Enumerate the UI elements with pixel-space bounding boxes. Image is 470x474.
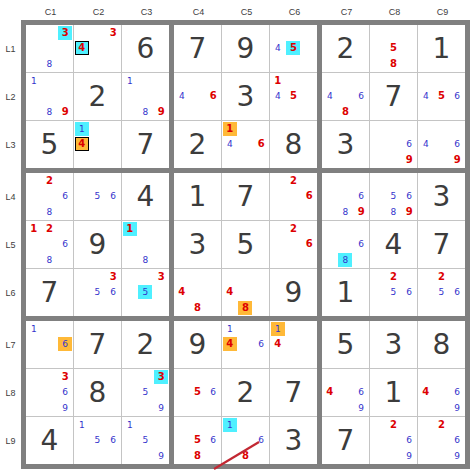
candidate-6[interactable]: 6 bbox=[58, 337, 72, 351]
candidate-4[interactable]: 4 bbox=[271, 337, 285, 351]
solved-digit: 4 bbox=[26, 417, 73, 464]
solved-digit: 8 bbox=[74, 369, 121, 416]
candidate-1[interactable]: 1 bbox=[223, 418, 237, 432]
cell-L2C6[interactable]: 145 bbox=[270, 73, 317, 120]
candidate-9[interactable]: 9 bbox=[354, 205, 368, 219]
col-header-C2: C2 bbox=[75, 7, 122, 17]
solved-digit: 8 bbox=[270, 121, 317, 168]
cell-L7C1[interactable]: 16 bbox=[26, 321, 73, 368]
candidate-3[interactable]: 3 bbox=[106, 26, 120, 40]
candidate-6[interactable]: 6 bbox=[206, 433, 220, 447]
candidate-9[interactable]: 9 bbox=[154, 449, 168, 463]
candidate-1[interactable]: 1 bbox=[27, 222, 41, 236]
cell-L9C5[interactable]: 168 bbox=[222, 417, 269, 464]
candidate-6[interactable]: 6 bbox=[206, 385, 220, 399]
cell-L7C2[interactable]: 7 bbox=[74, 321, 121, 368]
candidate-4[interactable]: 4 bbox=[75, 137, 89, 151]
box-7: 167236983594156159 bbox=[26, 321, 169, 464]
solved-digit: 9 bbox=[270, 269, 317, 316]
solved-digit: 3 bbox=[322, 121, 369, 168]
candidate-2[interactable]: 2 bbox=[42, 174, 56, 188]
candidate-6[interactable]: 6 bbox=[354, 89, 368, 103]
row-header-L1: L1 bbox=[0, 25, 21, 72]
cell-L2C1[interactable]: 189 bbox=[26, 73, 73, 120]
cell-L8C4[interactable]: 56 bbox=[174, 369, 221, 416]
row-labels: L1L2L3L4L5L6L7L8L9 bbox=[0, 20, 21, 469]
cell-L8C1[interactable]: 369 bbox=[26, 369, 73, 416]
candidate-9[interactable]: 9 bbox=[402, 449, 416, 463]
col-header-C4: C4 bbox=[175, 7, 222, 17]
candidate-1[interactable]: 1 bbox=[271, 322, 285, 336]
candidate-3[interactable]: 3 bbox=[106, 270, 120, 284]
candidate-9[interactable]: 9 bbox=[354, 401, 368, 415]
cell-L9C9[interactable]: 269 bbox=[418, 417, 465, 464]
candidate-2[interactable]: 2 bbox=[386, 270, 400, 284]
candidate-6[interactable]: 6 bbox=[58, 237, 72, 251]
candidate-1[interactable]: 1 bbox=[271, 74, 285, 88]
candidate-9[interactable]: 9 bbox=[154, 401, 168, 415]
solved-digit: 7 bbox=[26, 269, 73, 316]
candidate-6[interactable]: 6 bbox=[402, 137, 416, 151]
col-header-C9: C9 bbox=[419, 7, 466, 17]
cell-L3C7[interactable]: 3 bbox=[322, 121, 369, 168]
candidate-5[interactable]: 5 bbox=[386, 41, 400, 55]
candidate-5[interactable]: 5 bbox=[90, 433, 104, 447]
cell-L9C3[interactable]: 159 bbox=[122, 417, 169, 464]
candidate-8[interactable]: 8 bbox=[42, 57, 56, 71]
column-header-group: C1C2C3 bbox=[27, 7, 170, 17]
row-header-L9: L9 bbox=[0, 417, 21, 464]
candidate-2[interactable]: 2 bbox=[286, 174, 300, 188]
cell-L5C3[interactable]: 18 bbox=[122, 221, 169, 268]
cell-L7C6[interactable]: 14 bbox=[270, 321, 317, 368]
cell-L8C8[interactable]: 1 bbox=[370, 369, 417, 416]
column-header-group: C4C5C6 bbox=[175, 7, 318, 17]
candidate-8[interactable]: 8 bbox=[338, 205, 352, 219]
solved-digit: 2 bbox=[222, 369, 269, 416]
cell-L6C1[interactable]: 7 bbox=[26, 269, 73, 316]
cell-L7C9[interactable]: 8 bbox=[418, 321, 465, 368]
solved-digit: 5 bbox=[322, 321, 369, 368]
candidate-5[interactable]: 5 bbox=[434, 285, 448, 299]
cell-L8C9[interactable]: 469 bbox=[418, 369, 465, 416]
column-header-group: C7C8C9 bbox=[323, 7, 466, 17]
candidate-6[interactable]: 6 bbox=[254, 337, 268, 351]
box-1: 3834618921895147 bbox=[26, 25, 169, 168]
solved-digit: 1 bbox=[418, 25, 465, 72]
box-2: 794546314521468 bbox=[174, 25, 317, 168]
candidate-2[interactable]: 2 bbox=[386, 418, 400, 432]
cell-L3C5[interactable]: 146 bbox=[222, 121, 269, 168]
solved-digit: 7 bbox=[270, 369, 317, 416]
solved-digit: 8 bbox=[418, 321, 465, 368]
candidate-3[interactable]: 3 bbox=[154, 370, 168, 384]
candidate-6[interactable]: 6 bbox=[254, 433, 268, 447]
candidate-1[interactable]: 1 bbox=[27, 74, 41, 88]
candidate-4[interactable]: 4 bbox=[271, 89, 285, 103]
candidate-4[interactable]: 4 bbox=[223, 137, 237, 151]
cell-L5C7[interactable]: 68 bbox=[322, 221, 369, 268]
candidate-8[interactable]: 8 bbox=[338, 253, 352, 267]
candidate-5[interactable]: 5 bbox=[286, 41, 300, 55]
candidate-5[interactable]: 5 bbox=[386, 189, 400, 203]
col-header-C5: C5 bbox=[223, 7, 270, 17]
cell-L9C1[interactable]: 4 bbox=[26, 417, 73, 464]
candidate-4[interactable]: 4 bbox=[419, 137, 433, 151]
candidate-4[interactable]: 4 bbox=[75, 41, 89, 55]
candidate-6[interactable]: 6 bbox=[450, 385, 464, 399]
cell-L5C6[interactable]: 26 bbox=[270, 221, 317, 268]
solved-digit: 2 bbox=[74, 73, 121, 120]
solved-digit: 3 bbox=[174, 221, 221, 268]
cell-L4C3[interactable]: 4 bbox=[122, 173, 169, 220]
cell-L6C5[interactable]: 48 bbox=[222, 269, 269, 316]
candidate-9[interactable]: 9 bbox=[450, 401, 464, 415]
candidate-8[interactable]: 8 bbox=[238, 449, 252, 463]
cell-L1C9[interactable]: 1 bbox=[418, 25, 465, 72]
row-header-L3: L3 bbox=[0, 121, 21, 168]
cell-L8C2[interactable]: 8 bbox=[74, 369, 121, 416]
col-header-C8: C8 bbox=[371, 7, 418, 17]
cell-L6C9[interactable]: 256 bbox=[418, 269, 465, 316]
candidate-6[interactable]: 6 bbox=[450, 89, 464, 103]
cell-L1C5[interactable]: 9 bbox=[222, 25, 269, 72]
candidate-8[interactable]: 8 bbox=[42, 253, 56, 267]
solved-digit: 3 bbox=[418, 173, 465, 220]
cell-L6C4[interactable]: 48 bbox=[174, 269, 221, 316]
candidate-8[interactable]: 8 bbox=[238, 301, 252, 315]
candidate-5[interactable]: 5 bbox=[386, 285, 400, 299]
cell-L3C8[interactable]: 69 bbox=[370, 121, 417, 168]
candidate-4[interactable]: 4 bbox=[419, 385, 433, 399]
cell-L3C9[interactable]: 469 bbox=[418, 121, 465, 168]
box-3: 25814687456369469 bbox=[322, 25, 465, 168]
candidate-4[interactable]: 4 bbox=[175, 285, 189, 299]
cell-L4C1[interactable]: 268 bbox=[26, 173, 73, 220]
row-header-L2: L2 bbox=[0, 73, 21, 120]
cell-L2C9[interactable]: 456 bbox=[418, 73, 465, 120]
column-headers: C1C2C3C4C5C6C7C8C9 bbox=[22, 4, 470, 20]
cell-L2C2[interactable]: 2 bbox=[74, 73, 121, 120]
candidate-9[interactable]: 9 bbox=[450, 153, 464, 167]
row-header-L7: L7 bbox=[0, 321, 21, 368]
candidate-1[interactable]: 1 bbox=[223, 322, 237, 336]
cell-L5C2[interactable]: 9 bbox=[74, 221, 121, 268]
col-header-C1: C1 bbox=[27, 7, 74, 17]
candidate-4[interactable]: 4 bbox=[419, 89, 433, 103]
candidate-5[interactable]: 5 bbox=[90, 285, 104, 299]
candidate-9[interactable]: 9 bbox=[58, 401, 72, 415]
solved-digit: 9 bbox=[174, 321, 221, 368]
candidate-5[interactable]: 5 bbox=[138, 433, 152, 447]
cell-L4C8[interactable]: 5689 bbox=[370, 173, 417, 220]
cell-L4C5[interactable]: 7 bbox=[222, 173, 269, 220]
candidate-8[interactable]: 8 bbox=[138, 105, 152, 119]
candidate-6[interactable]: 6 bbox=[58, 385, 72, 399]
candidate-6[interactable]: 6 bbox=[58, 189, 72, 203]
cell-L5C4[interactable]: 3 bbox=[174, 221, 221, 268]
candidate-1[interactable]: 1 bbox=[123, 418, 137, 432]
cell-L6C6[interactable]: 9 bbox=[270, 269, 317, 316]
candidate-1[interactable]: 1 bbox=[27, 322, 41, 336]
board-area: L1L2L3L4L5L6L7L8L9 383461892189514779454… bbox=[0, 20, 470, 469]
candidate-2[interactable]: 2 bbox=[42, 222, 56, 236]
cell-L7C5[interactable]: 146 bbox=[222, 321, 269, 368]
cell-L7C4[interactable]: 9 bbox=[174, 321, 221, 368]
cell-L8C5[interactable]: 2 bbox=[222, 369, 269, 416]
cell-L2C8[interactable]: 7 bbox=[370, 73, 417, 120]
candidate-4[interactable]: 4 bbox=[271, 41, 285, 55]
candidate-2[interactable]: 2 bbox=[286, 222, 300, 236]
candidate-4[interactable]: 4 bbox=[175, 89, 189, 103]
cell-L1C4[interactable]: 7 bbox=[174, 25, 221, 72]
candidate-6[interactable]: 6 bbox=[402, 189, 416, 203]
cell-L2C4[interactable]: 46 bbox=[174, 73, 221, 120]
cell-L4C4[interactable]: 1 bbox=[174, 173, 221, 220]
cell-L9C6[interactable]: 3 bbox=[270, 417, 317, 464]
candidate-8[interactable]: 8 bbox=[190, 449, 204, 463]
candidate-5[interactable]: 5 bbox=[138, 285, 152, 299]
candidate-4[interactable]: 4 bbox=[323, 385, 337, 399]
cell-L9C8[interactable]: 269 bbox=[370, 417, 417, 464]
candidate-1[interactable]: 1 bbox=[75, 122, 89, 136]
candidate-8[interactable]: 8 bbox=[386, 205, 400, 219]
candidate-5[interactable]: 5 bbox=[90, 189, 104, 203]
cell-L3C4[interactable]: 2 bbox=[174, 121, 221, 168]
candidate-8[interactable]: 8 bbox=[42, 205, 56, 219]
cell-L5C9[interactable]: 7 bbox=[418, 221, 465, 268]
row-header-L6: L6 bbox=[0, 269, 21, 316]
cell-L7C8[interactable]: 3 bbox=[370, 321, 417, 368]
candidate-3[interactable]: 3 bbox=[154, 270, 168, 284]
col-header-C6: C6 bbox=[271, 7, 318, 17]
candidate-8[interactable]: 8 bbox=[42, 105, 56, 119]
solved-digit: 3 bbox=[370, 321, 417, 368]
cell-L1C8[interactable]: 58 bbox=[370, 25, 417, 72]
candidate-6[interactable]: 6 bbox=[450, 433, 464, 447]
solved-digit: 2 bbox=[122, 321, 169, 368]
cell-L3C6[interactable]: 8 bbox=[270, 121, 317, 168]
cell-L2C3[interactable]: 189 bbox=[122, 73, 169, 120]
row-header-L8: L8 bbox=[0, 369, 21, 416]
candidate-6[interactable]: 6 bbox=[354, 237, 368, 251]
candidate-6[interactable]: 6 bbox=[106, 433, 120, 447]
candidate-1[interactable]: 1 bbox=[123, 74, 137, 88]
candidate-1[interactable]: 1 bbox=[123, 222, 137, 236]
candidate-6[interactable]: 6 bbox=[450, 285, 464, 299]
cell-L1C7[interactable]: 2 bbox=[322, 25, 369, 72]
sudoku-app: C1C2C3C4C5C6C7C8C9 L1L2L3L4L5L6L7L8L9 38… bbox=[0, 0, 470, 469]
cell-L8C7[interactable]: 469 bbox=[322, 369, 369, 416]
sudoku-grid: 3834618921895147794546314521468258146874… bbox=[21, 20, 470, 469]
candidate-6[interactable]: 6 bbox=[354, 189, 368, 203]
solved-digit: 3 bbox=[222, 73, 269, 120]
candidate-6[interactable]: 6 bbox=[402, 433, 416, 447]
cell-L5C1[interactable]: 1268 bbox=[26, 221, 73, 268]
box-4: 2685641268918735635 bbox=[26, 173, 169, 316]
box-8: 91461456275681683 bbox=[174, 321, 317, 464]
cell-L1C2[interactable]: 34 bbox=[74, 25, 121, 72]
cell-L1C1[interactable]: 38 bbox=[26, 25, 73, 72]
cell-L9C7[interactable]: 7 bbox=[322, 417, 369, 464]
solved-digit: 2 bbox=[322, 25, 369, 72]
solved-digit: 6 bbox=[122, 25, 169, 72]
cell-L6C7[interactable]: 1 bbox=[322, 269, 369, 316]
box-6: 6895689368471256256 bbox=[322, 173, 465, 316]
solved-digit: 7 bbox=[418, 221, 465, 268]
candidate-2[interactable]: 2 bbox=[434, 270, 448, 284]
row-label-group: L7L8L9 bbox=[0, 321, 21, 464]
cell-L2C5[interactable]: 3 bbox=[222, 73, 269, 120]
candidate-6[interactable]: 6 bbox=[106, 189, 120, 203]
row-label-group: L1L2L3 bbox=[0, 25, 21, 168]
candidate-1[interactable]: 1 bbox=[75, 418, 89, 432]
candidate-4[interactable]: 4 bbox=[223, 337, 237, 351]
solved-digit: 1 bbox=[174, 173, 221, 220]
cell-L4C7[interactable]: 689 bbox=[322, 173, 369, 220]
candidate-5[interactable]: 5 bbox=[434, 89, 448, 103]
solved-digit: 7 bbox=[174, 25, 221, 72]
candidate-6[interactable]: 6 bbox=[402, 285, 416, 299]
box-5: 1726352648489 bbox=[174, 173, 317, 316]
cell-L8C3[interactable]: 359 bbox=[122, 369, 169, 416]
col-header-C3: C3 bbox=[123, 7, 170, 17]
cell-L3C1[interactable]: 5 bbox=[26, 121, 73, 168]
solved-digit: 7 bbox=[74, 321, 121, 368]
candidate-5[interactable]: 5 bbox=[190, 385, 204, 399]
row-header-L4: L4 bbox=[0, 173, 21, 220]
solved-digit: 7 bbox=[370, 73, 417, 120]
candidate-3[interactable]: 3 bbox=[58, 26, 72, 40]
candidate-6[interactable]: 6 bbox=[106, 285, 120, 299]
candidate-6[interactable]: 6 bbox=[354, 385, 368, 399]
candidate-8[interactable]: 8 bbox=[138, 253, 152, 267]
candidate-1[interactable]: 1 bbox=[223, 122, 237, 136]
candidate-9[interactable]: 9 bbox=[450, 449, 464, 463]
candidate-2[interactable]: 2 bbox=[434, 418, 448, 432]
candidate-6[interactable]: 6 bbox=[302, 237, 316, 251]
solved-digit: 1 bbox=[370, 369, 417, 416]
candidate-6[interactable]: 6 bbox=[302, 189, 316, 203]
candidate-8[interactable]: 8 bbox=[190, 301, 204, 315]
candidate-6[interactable]: 6 bbox=[206, 89, 220, 103]
candidate-5[interactable]: 5 bbox=[286, 89, 300, 103]
box-9: 53846914697269269 bbox=[322, 321, 465, 464]
cell-L6C3[interactable]: 35 bbox=[122, 269, 169, 316]
cell-L7C3[interactable]: 2 bbox=[122, 321, 169, 368]
solved-digit: 3 bbox=[270, 417, 317, 464]
cell-L9C4[interactable]: 568 bbox=[174, 417, 221, 464]
cell-L1C6[interactable]: 45 bbox=[270, 25, 317, 72]
cell-L4C6[interactable]: 26 bbox=[270, 173, 317, 220]
cell-L5C5[interactable]: 5 bbox=[222, 221, 269, 268]
solved-digit: 5 bbox=[26, 121, 73, 168]
cell-L6C8[interactable]: 256 bbox=[370, 269, 417, 316]
cell-L3C2[interactable]: 14 bbox=[74, 121, 121, 168]
cell-L4C2[interactable]: 56 bbox=[74, 173, 121, 220]
candidate-4[interactable]: 4 bbox=[223, 285, 237, 299]
candidate-8[interactable]: 8 bbox=[338, 105, 352, 119]
solved-digit: 1 bbox=[322, 269, 369, 316]
candidate-5[interactable]: 5 bbox=[190, 433, 204, 447]
cell-L4C9[interactable]: 3 bbox=[418, 173, 465, 220]
cell-L8C6[interactable]: 7 bbox=[270, 369, 317, 416]
candidate-9[interactable]: 9 bbox=[402, 153, 416, 167]
solved-digit: 4 bbox=[370, 221, 417, 268]
solved-digit: 4 bbox=[122, 173, 169, 220]
solved-digit: 9 bbox=[74, 221, 121, 268]
solved-digit: 7 bbox=[322, 417, 369, 464]
candidate-5[interactable]: 5 bbox=[138, 385, 152, 399]
row-label-group: L4L5L6 bbox=[0, 173, 21, 316]
candidate-3[interactable]: 3 bbox=[58, 370, 72, 384]
candidate-9[interactable]: 9 bbox=[154, 105, 168, 119]
candidate-9[interactable]: 9 bbox=[402, 205, 416, 219]
row-header-L5: L5 bbox=[0, 221, 21, 268]
cell-L2C7[interactable]: 468 bbox=[322, 73, 369, 120]
candidate-6[interactable]: 6 bbox=[450, 137, 464, 151]
cell-L1C3[interactable]: 6 bbox=[122, 25, 169, 72]
solved-digit: 7 bbox=[222, 173, 269, 220]
solved-digit: 2 bbox=[174, 121, 221, 168]
cell-L9C2[interactable]: 156 bbox=[74, 417, 121, 464]
cell-L3C3[interactable]: 7 bbox=[122, 121, 169, 168]
candidate-8[interactable]: 8 bbox=[386, 57, 400, 71]
col-header-C7: C7 bbox=[323, 7, 370, 17]
solved-digit: 9 bbox=[222, 25, 269, 72]
solved-digit: 7 bbox=[122, 121, 169, 168]
solved-digit: 5 bbox=[222, 221, 269, 268]
candidate-4[interactable]: 4 bbox=[323, 89, 337, 103]
cell-L5C8[interactable]: 4 bbox=[370, 221, 417, 268]
cell-L6C2[interactable]: 356 bbox=[74, 269, 121, 316]
cell-L7C7[interactable]: 5 bbox=[322, 321, 369, 368]
candidate-9[interactable]: 9 bbox=[58, 105, 72, 119]
candidate-6[interactable]: 6 bbox=[254, 137, 268, 151]
